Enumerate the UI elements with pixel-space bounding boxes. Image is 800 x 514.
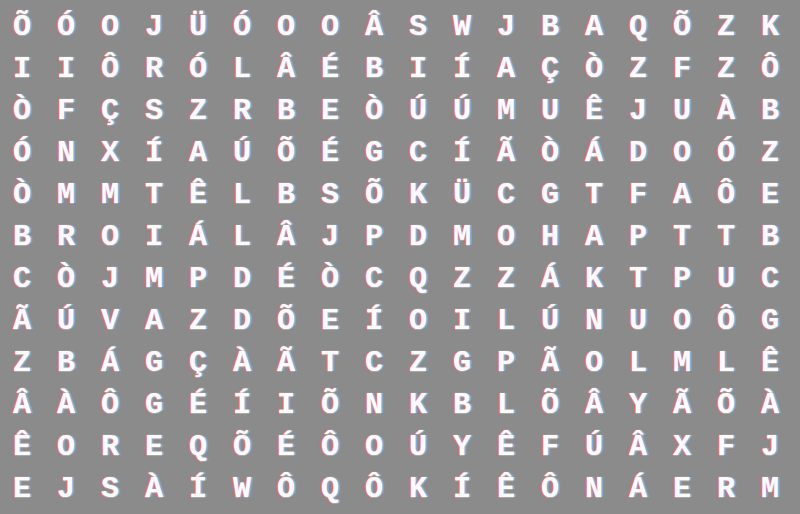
grid-cell-r10c7[interactable]: I <box>264 384 308 426</box>
grid-cell-r2c3[interactable]: Ô <box>88 48 132 90</box>
grid-cell-r6c7[interactable]: Â <box>264 216 308 258</box>
grid-cell-r3c3[interactable]: Ç <box>88 90 132 132</box>
grid-cell-r3c13[interactable]: U <box>528 90 572 132</box>
grid-cell-r12c12[interactable]: Ê <box>484 468 528 510</box>
grid-cell-r7c14[interactable]: K <box>572 258 616 300</box>
grid-cell-r10c6[interactable]: Í <box>220 384 264 426</box>
grid-cell-r9c2[interactable]: B <box>44 342 88 384</box>
grid-cell-r10c2[interactable]: À <box>44 384 88 426</box>
grid-cell-r7c18[interactable]: C <box>748 258 792 300</box>
grid-cell-r6c18[interactable]: B <box>748 216 792 258</box>
grid-cell-r7c8[interactable]: Ò <box>308 258 352 300</box>
grid-cell-r11c12[interactable]: Ê <box>484 426 528 468</box>
grid-cell-r5c10[interactable]: K <box>396 174 440 216</box>
grid-cell-r9c8[interactable]: T <box>308 342 352 384</box>
grid-cell-r1c11[interactable]: W <box>440 6 484 48</box>
grid-cell-r10c14[interactable]: Â <box>572 384 616 426</box>
grid-cell-r7c1[interactable]: C <box>0 258 44 300</box>
grid-cell-r9c6[interactable]: À <box>220 342 264 384</box>
grid-cell-r3c14[interactable]: Ê <box>572 90 616 132</box>
grid-cell-r8c11[interactable]: I <box>440 300 484 342</box>
word-search-board: ÕÓOJÜÓOOÂSWJBAQÕZKIIÔRÓLÂÉBIÍAÇÒZFZÔÒFÇS… <box>0 0 800 514</box>
grid-cell-r8c2[interactable]: Ú <box>44 300 88 342</box>
grid-cell-r8c3[interactable]: V <box>88 300 132 342</box>
grid-cell-r10c4[interactable]: G <box>132 384 176 426</box>
grid-cell-r2c15[interactable]: Z <box>616 48 660 90</box>
grid-cell-r8c17[interactable]: Ô <box>704 300 748 342</box>
grid-cell-r3c7[interactable]: B <box>264 90 308 132</box>
grid-cell-r8c9[interactable]: Í <box>352 300 396 342</box>
grid-cell-r6c6[interactable]: L <box>220 216 264 258</box>
grid-cell-r5c18[interactable]: E <box>748 174 792 216</box>
grid-cell-r6c3[interactable]: O <box>88 216 132 258</box>
grid-cell-r10c15[interactable]: Y <box>616 384 660 426</box>
grid-cell-r7c4[interactable]: M <box>132 258 176 300</box>
grid-cell-r1c9[interactable]: Â <box>352 6 396 48</box>
grid-cell-r6c9[interactable]: P <box>352 216 396 258</box>
grid-cell-r11c13[interactable]: F <box>528 426 572 468</box>
grid-cell-r7c7[interactable]: É <box>264 258 308 300</box>
grid-cell-r9c7[interactable]: Ã <box>264 342 308 384</box>
grid-cell-r10c11[interactable]: B <box>440 384 484 426</box>
grid-cell-r6c4[interactable]: I <box>132 216 176 258</box>
grid-cell-r5c14[interactable]: T <box>572 174 616 216</box>
grid-cell-r7c5[interactable]: P <box>176 258 220 300</box>
grid-cell-r12c1[interactable]: E <box>0 468 44 510</box>
grid-cell-r8c14[interactable]: N <box>572 300 616 342</box>
grid-cell-r4c12[interactable]: Ã <box>484 132 528 174</box>
grid-cell-r6c15[interactable]: P <box>616 216 660 258</box>
grid-cell-r8c12[interactable]: L <box>484 300 528 342</box>
grid-cell-r12c3[interactable]: S <box>88 468 132 510</box>
grid-cell-r1c14[interactable]: A <box>572 6 616 48</box>
grid-cell-r3c16[interactable]: U <box>660 90 704 132</box>
grid-cell-r9c18[interactable]: Ê <box>748 342 792 384</box>
grid-cell-r11c8[interactable]: Ô <box>308 426 352 468</box>
grid-cell-r1c17[interactable]: Z <box>704 6 748 48</box>
grid-cell-r1c13[interactable]: B <box>528 6 572 48</box>
grid-cell-r7c13[interactable]: Á <box>528 258 572 300</box>
grid-cell-r12c15[interactable]: Á <box>616 468 660 510</box>
grid-cell-r2c6[interactable]: L <box>220 48 264 90</box>
grid-cell-r3c6[interactable]: R <box>220 90 264 132</box>
grid-cell-r2c8[interactable]: É <box>308 48 352 90</box>
grid-cell-r9c15[interactable]: L <box>616 342 660 384</box>
grid-cell-r2c11[interactable]: Í <box>440 48 484 90</box>
grid-cell-r10c17[interactable]: Õ <box>704 384 748 426</box>
grid-cell-r2c7[interactable]: Â <box>264 48 308 90</box>
grid-cell-r6c10[interactable]: D <box>396 216 440 258</box>
grid-cell-r11c17[interactable]: F <box>704 426 748 468</box>
grid-cell-r10c1[interactable]: Â <box>0 384 44 426</box>
grid-cell-r12c4[interactable]: À <box>132 468 176 510</box>
grid-cell-r4c4[interactable]: Í <box>132 132 176 174</box>
grid-cell-r10c18[interactable]: À <box>748 384 792 426</box>
grid-cell-r1c18[interactable]: K <box>748 6 792 48</box>
grid-cell-r12c13[interactable]: Ô <box>528 468 572 510</box>
grid-cell-r11c16[interactable]: X <box>660 426 704 468</box>
grid-cell-r5c1[interactable]: Ò <box>0 174 44 216</box>
grid-cell-r4c8[interactable]: É <box>308 132 352 174</box>
grid-cell-r9c4[interactable]: G <box>132 342 176 384</box>
grid-cell-r10c3[interactable]: Ô <box>88 384 132 426</box>
grid-cell-r11c10[interactable]: Ú <box>396 426 440 468</box>
grid-cell-r12c16[interactable]: E <box>660 468 704 510</box>
grid-cell-r2c2[interactable]: I <box>44 48 88 90</box>
grid-cell-r4c13[interactable]: Ò <box>528 132 572 174</box>
grid-cell-r7c15[interactable]: T <box>616 258 660 300</box>
grid-cell-r8c5[interactable]: Z <box>176 300 220 342</box>
grid-cell-r8c10[interactable]: O <box>396 300 440 342</box>
grid-cell-r7c6[interactable]: D <box>220 258 264 300</box>
grid-cell-r8c7[interactable]: Õ <box>264 300 308 342</box>
grid-cell-r9c17[interactable]: L <box>704 342 748 384</box>
grid-cell-r8c18[interactable]: G <box>748 300 792 342</box>
grid-cell-r1c1[interactable]: Õ <box>0 6 44 48</box>
grid-cell-r4c1[interactable]: Ó <box>0 132 44 174</box>
grid-cell-r1c4[interactable]: J <box>132 6 176 48</box>
grid-cell-r4c5[interactable]: A <box>176 132 220 174</box>
grid-cell-r5c11[interactable]: Ü <box>440 174 484 216</box>
grid-cell-r11c9[interactable]: O <box>352 426 396 468</box>
grid-cell-r11c18[interactable]: J <box>748 426 792 468</box>
grid-cell-r5c2[interactable]: M <box>44 174 88 216</box>
grid-cell-r6c16[interactable]: T <box>660 216 704 258</box>
grid-cell-r4c2[interactable]: N <box>44 132 88 174</box>
grid-cell-r8c1[interactable]: Ã <box>0 300 44 342</box>
grid-cell-r2c16[interactable]: F <box>660 48 704 90</box>
grid-cell-r8c4[interactable]: A <box>132 300 176 342</box>
grid-cell-r5c16[interactable]: A <box>660 174 704 216</box>
grid-cell-r4c11[interactable]: Í <box>440 132 484 174</box>
grid-cell-r10c8[interactable]: Õ <box>308 384 352 426</box>
grid-cell-r4c3[interactable]: X <box>88 132 132 174</box>
grid-cell-r3c5[interactable]: Z <box>176 90 220 132</box>
grid-cell-r9c10[interactable]: Z <box>396 342 440 384</box>
grid-cell-r7c17[interactable]: U <box>704 258 748 300</box>
grid-cell-r11c6[interactable]: Õ <box>220 426 264 468</box>
grid-cell-r5c8[interactable]: S <box>308 174 352 216</box>
grid-cell-r3c15[interactable]: J <box>616 90 660 132</box>
grid-cell-r6c13[interactable]: H <box>528 216 572 258</box>
grid-cell-r10c5[interactable]: É <box>176 384 220 426</box>
grid-cell-r9c12[interactable]: P <box>484 342 528 384</box>
grid-cell-r2c10[interactable]: I <box>396 48 440 90</box>
grid-cell-r12c8[interactable]: Q <box>308 468 352 510</box>
grid-cell-r10c13[interactable]: Õ <box>528 384 572 426</box>
grid-cell-r9c16[interactable]: M <box>660 342 704 384</box>
grid-cell-r2c17[interactable]: Z <box>704 48 748 90</box>
grid-cell-r1c10[interactable]: S <box>396 6 440 48</box>
grid-cell-r2c18[interactable]: Ô <box>748 48 792 90</box>
grid-cell-r2c1[interactable]: I <box>0 48 44 90</box>
grid-cell-r11c7[interactable]: É <box>264 426 308 468</box>
grid-cell-r6c17[interactable]: T <box>704 216 748 258</box>
grid-cell-r3c1[interactable]: Ò <box>0 90 44 132</box>
grid-cell-r9c13[interactable]: Ã <box>528 342 572 384</box>
grid-cell-r1c6[interactable]: Ó <box>220 6 264 48</box>
grid-cell-r7c2[interactable]: Ò <box>44 258 88 300</box>
grid-cell-r11c11[interactable]: Y <box>440 426 484 468</box>
grid-cell-r2c5[interactable]: Ó <box>176 48 220 90</box>
grid-cell-r9c5[interactable]: Ç <box>176 342 220 384</box>
grid-cell-r7c12[interactable]: Z <box>484 258 528 300</box>
grid-cell-r5c6[interactable]: L <box>220 174 264 216</box>
grid-cell-r4c17[interactable]: Ó <box>704 132 748 174</box>
grid-cell-r12c2[interactable]: J <box>44 468 88 510</box>
grid-cell-r12c14[interactable]: N <box>572 468 616 510</box>
grid-cell-r4c10[interactable]: C <box>396 132 440 174</box>
grid-cell-r8c15[interactable]: U <box>616 300 660 342</box>
grid-cell-r3c12[interactable]: M <box>484 90 528 132</box>
grid-cell-r5c7[interactable]: B <box>264 174 308 216</box>
grid-cell-r1c8[interactable]: O <box>308 6 352 48</box>
grid-cell-r12c9[interactable]: Ô <box>352 468 396 510</box>
grid-cell-r4c16[interactable]: O <box>660 132 704 174</box>
grid-cell-r4c7[interactable]: Õ <box>264 132 308 174</box>
grid-cell-r4c14[interactable]: Á <box>572 132 616 174</box>
grid-cell-r11c5[interactable]: Q <box>176 426 220 468</box>
grid-cell-r5c5[interactable]: Ê <box>176 174 220 216</box>
grid-cell-r5c15[interactable]: F <box>616 174 660 216</box>
grid-cell-r4c15[interactable]: D <box>616 132 660 174</box>
grid-cell-r3c4[interactable]: S <box>132 90 176 132</box>
grid-cell-r4c18[interactable]: Z <box>748 132 792 174</box>
grid-cell-r1c16[interactable]: Õ <box>660 6 704 48</box>
grid-cell-r9c9[interactable]: C <box>352 342 396 384</box>
grid-cell-r9c11[interactable]: G <box>440 342 484 384</box>
grid-cell-r11c3[interactable]: R <box>88 426 132 468</box>
grid-cell-r10c10[interactable]: K <box>396 384 440 426</box>
grid-cell-r8c8[interactable]: E <box>308 300 352 342</box>
grid-cell-r3c11[interactable]: Ú <box>440 90 484 132</box>
grid-cell-r2c12[interactable]: A <box>484 48 528 90</box>
grid-cell-r8c6[interactable]: D <box>220 300 264 342</box>
grid-cell-r6c11[interactable]: M <box>440 216 484 258</box>
grid-cell-r11c2[interactable]: O <box>44 426 88 468</box>
grid-cell-r1c3[interactable]: O <box>88 6 132 48</box>
grid-cell-r12c18[interactable]: M <box>748 468 792 510</box>
grid-cell-r10c9[interactable]: N <box>352 384 396 426</box>
grid-cell-r6c8[interactable]: J <box>308 216 352 258</box>
grid-cell-r1c12[interactable]: J <box>484 6 528 48</box>
grid-cell-r12c5[interactable]: Í <box>176 468 220 510</box>
grid-cell-r2c13[interactable]: Ç <box>528 48 572 90</box>
grid-cell-r12c10[interactable]: K <box>396 468 440 510</box>
grid-cell-r7c16[interactable]: P <box>660 258 704 300</box>
grid-cell-r3c10[interactable]: Ú <box>396 90 440 132</box>
grid-cell-r3c2[interactable]: F <box>44 90 88 132</box>
grid-cell-r1c7[interactable]: O <box>264 6 308 48</box>
grid-cell-r7c3[interactable]: J <box>88 258 132 300</box>
grid-cell-r11c4[interactable]: E <box>132 426 176 468</box>
grid-cell-r7c10[interactable]: Q <box>396 258 440 300</box>
grid-cell-r6c1[interactable]: B <box>0 216 44 258</box>
grid-cell-r12c7[interactable]: Ô <box>264 468 308 510</box>
grid-cell-r6c14[interactable]: A <box>572 216 616 258</box>
grid-cell-r9c3[interactable]: Á <box>88 342 132 384</box>
grid-cell-r3c17[interactable]: À <box>704 90 748 132</box>
grid-cell-r3c18[interactable]: B <box>748 90 792 132</box>
grid-cell-r2c9[interactable]: B <box>352 48 396 90</box>
grid-cell-r7c11[interactable]: Z <box>440 258 484 300</box>
grid-cell-r11c14[interactable]: Ú <box>572 426 616 468</box>
grid-cell-r5c4[interactable]: T <box>132 174 176 216</box>
grid-cell-r4c6[interactable]: Ú <box>220 132 264 174</box>
grid-cell-r6c12[interactable]: O <box>484 216 528 258</box>
grid-cell-r5c12[interactable]: C <box>484 174 528 216</box>
grid-cell-r9c14[interactable]: O <box>572 342 616 384</box>
grid-cell-r6c5[interactable]: Á <box>176 216 220 258</box>
grid-cell-r4c9[interactable]: G <box>352 132 396 174</box>
grid-cell-r12c11[interactable]: Í <box>440 468 484 510</box>
grid-cell-r2c4[interactable]: R <box>132 48 176 90</box>
grid-cell-r7c9[interactable]: C <box>352 258 396 300</box>
grid-cell-r5c9[interactable]: Õ <box>352 174 396 216</box>
grid-cell-r1c2[interactable]: Ó <box>44 6 88 48</box>
grid-cell-r8c16[interactable]: O <box>660 300 704 342</box>
grid-cell-r12c6[interactable]: W <box>220 468 264 510</box>
grid-cell-r1c15[interactable]: Q <box>616 6 660 48</box>
grid-cell-r3c9[interactable]: Ò <box>352 90 396 132</box>
grid-cell-r3c8[interactable]: E <box>308 90 352 132</box>
grid-cell-r9c1[interactable]: Z <box>0 342 44 384</box>
grid-cell-r6c2[interactable]: R <box>44 216 88 258</box>
grid-cell-r2c14[interactable]: Ò <box>572 48 616 90</box>
grid-cell-r12c17[interactable]: R <box>704 468 748 510</box>
grid-cell-r1c5[interactable]: Ü <box>176 6 220 48</box>
grid-cell-r5c3[interactable]: M <box>88 174 132 216</box>
grid-cell-r5c13[interactable]: G <box>528 174 572 216</box>
grid-cell-r5c17[interactable]: Ô <box>704 174 748 216</box>
grid-cell-r10c12[interactable]: L <box>484 384 528 426</box>
grid-cell-r8c13[interactable]: Ú <box>528 300 572 342</box>
grid-cell-r11c1[interactable]: Ê <box>0 426 44 468</box>
grid-cell-r11c15[interactable]: Â <box>616 426 660 468</box>
grid-cell-r10c16[interactable]: Ã <box>660 384 704 426</box>
